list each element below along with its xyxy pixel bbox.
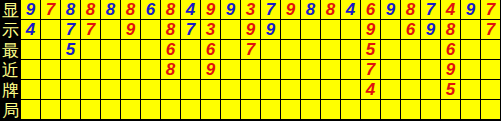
grid-cell <box>421 60 441 80</box>
grid-cell <box>221 60 241 80</box>
grid-cell <box>21 100 41 120</box>
grid-cell <box>321 60 341 80</box>
grid-cell <box>401 60 421 80</box>
grid-cell <box>41 40 61 60</box>
grid-cell <box>341 100 361 120</box>
grid-cell: 8 <box>161 0 181 20</box>
label-char: 最 <box>0 40 21 60</box>
grid-cell <box>21 80 41 100</box>
grid-cell: 9 <box>121 20 141 40</box>
grid-cell: 9 <box>241 20 261 40</box>
grid-cell <box>421 80 441 100</box>
grid-cell <box>381 100 401 120</box>
grid-cell <box>261 60 281 80</box>
grid-cell <box>61 80 81 100</box>
label-char: 示 <box>0 20 21 40</box>
grid-cell <box>61 100 81 120</box>
grid-cell <box>481 60 501 80</box>
grid-cell <box>301 100 321 120</box>
grid-cell <box>341 40 361 60</box>
grid-cell: 8 <box>101 0 121 20</box>
grid-cell <box>401 100 421 120</box>
grid-cell: 7 <box>241 40 261 60</box>
grid-cell <box>41 20 61 40</box>
grid-cell <box>101 60 121 80</box>
grid-cell: 9 <box>21 0 41 20</box>
grid-cell: 9 <box>421 20 441 40</box>
label-char: 显 <box>0 0 21 20</box>
grid-cell <box>161 100 181 120</box>
grid-cell <box>321 20 341 40</box>
grid-cell <box>241 60 261 80</box>
grid-cell <box>301 20 321 40</box>
grid-cell: 8 <box>321 0 341 20</box>
grid-cell <box>21 60 41 80</box>
grid-cell <box>341 60 361 80</box>
grid-cell <box>21 40 41 60</box>
grid-cell: 8 <box>301 0 321 20</box>
grid-cell: 6 <box>201 40 221 60</box>
grid-cell: 7 <box>181 20 201 40</box>
grid-cell <box>241 100 261 120</box>
grid-cell <box>481 40 501 60</box>
grid-cell: 6 <box>441 40 461 60</box>
grid-cell: 7 <box>481 0 501 20</box>
grid-cell <box>321 100 341 120</box>
grid-cell: 8 <box>401 0 421 20</box>
grid-cell: 5 <box>61 40 81 60</box>
grid-cell: 9 <box>261 20 281 40</box>
grid-cell <box>461 80 481 100</box>
grid-cell <box>221 20 241 40</box>
grid-cell <box>421 40 441 60</box>
grid-cell <box>141 100 161 120</box>
grid-cell <box>241 80 261 100</box>
grid-cell <box>121 100 141 120</box>
grid-cell: 8 <box>121 0 141 20</box>
grid-cell: 6 <box>161 40 181 60</box>
grid-cell: 6 <box>401 20 421 40</box>
grid-cell: 7 <box>261 0 281 20</box>
grid-cell: 9 <box>201 60 221 80</box>
grid-cell <box>321 80 341 100</box>
grid-cell <box>81 60 101 80</box>
grid-cell <box>201 80 221 100</box>
grid-cell <box>281 40 301 60</box>
grid-cell: 8 <box>61 0 81 20</box>
grid-cell <box>41 100 61 120</box>
grid-cell <box>141 40 161 60</box>
grid-cell: 7 <box>41 0 61 20</box>
grid-cell <box>461 20 481 40</box>
recent-rounds-board: 显 示 最 近 牌 局 9788886849937988469874974779… <box>0 0 501 121</box>
grid-cell <box>61 60 81 80</box>
grid-cell: 9 <box>441 60 461 80</box>
grid-cell: 7 <box>61 20 81 40</box>
grid-cell: 4 <box>341 0 361 20</box>
history-grid: 9788886849937988469874974779873999698756… <box>21 0 501 120</box>
grid-cell: 4 <box>361 80 381 100</box>
grid-cell <box>141 80 161 100</box>
grid-cell <box>481 80 501 100</box>
grid-cell <box>401 80 421 100</box>
grid-cell <box>221 40 241 60</box>
grid-cell <box>81 80 101 100</box>
grid-cell <box>381 80 401 100</box>
grid-cell <box>441 100 461 120</box>
grid-cell <box>281 20 301 40</box>
grid-cell <box>421 100 441 120</box>
grid-cell <box>121 80 141 100</box>
grid-cell <box>181 100 201 120</box>
grid-cell <box>461 100 481 120</box>
grid-cell <box>341 80 361 100</box>
grid-cell <box>181 80 201 100</box>
grid-cell <box>81 100 101 120</box>
grid-cell: 8 <box>441 20 461 40</box>
grid-cell: 9 <box>381 0 401 20</box>
grid-cell <box>101 80 121 100</box>
grid-cell <box>481 100 501 120</box>
grid-cell <box>141 20 161 40</box>
grid-cell <box>461 40 481 60</box>
grid-cell: 6 <box>141 0 161 20</box>
label-char: 近 <box>0 60 21 80</box>
grid-cell <box>321 40 341 60</box>
grid-cell: 6 <box>361 0 381 20</box>
grid-cell: 8 <box>161 60 181 80</box>
grid-cell <box>121 40 141 60</box>
grid-cell <box>301 80 321 100</box>
grid-cell: 7 <box>81 20 101 40</box>
grid-cell: 9 <box>201 0 221 20</box>
grid-cell: 4 <box>441 0 461 20</box>
grid-cell <box>181 60 201 80</box>
grid-cell <box>161 80 181 100</box>
grid-cell: 3 <box>201 20 221 40</box>
grid-cell <box>221 100 241 120</box>
grid-cell <box>261 40 281 60</box>
grid-cell <box>141 60 161 80</box>
grid-cell <box>281 60 301 80</box>
grid-cell <box>101 20 121 40</box>
grid-cell <box>41 60 61 80</box>
grid-cell: 3 <box>241 0 261 20</box>
label-char: 牌 <box>0 80 21 100</box>
label-char: 局 <box>0 100 21 120</box>
grid-cell: 7 <box>421 0 441 20</box>
grid-cell <box>301 60 321 80</box>
grid-cell: 7 <box>481 20 501 40</box>
grid-cell <box>261 100 281 120</box>
grid-cell: 5 <box>361 40 381 60</box>
grid-cell: 5 <box>441 80 461 100</box>
grid-cell <box>341 20 361 40</box>
grid-cell <box>201 100 221 120</box>
grid-cell <box>181 40 201 60</box>
grid-cell <box>401 40 421 60</box>
grid-cell <box>261 80 281 100</box>
grid-cell: 8 <box>161 20 181 40</box>
grid-cell <box>361 100 381 120</box>
grid-cell: 9 <box>461 0 481 20</box>
grid-cell <box>101 100 121 120</box>
grid-cell <box>221 80 241 100</box>
grid-cell <box>301 40 321 60</box>
grid-cell <box>121 60 141 80</box>
grid-cell <box>281 80 301 100</box>
grid-cell: 4 <box>181 0 201 20</box>
grid-cell: 9 <box>281 0 301 20</box>
grid-cell <box>381 20 401 40</box>
grid-cell <box>81 40 101 60</box>
grid-cell <box>41 80 61 100</box>
grid-cell <box>101 40 121 60</box>
grid-cell <box>281 100 301 120</box>
grid-cell <box>461 60 481 80</box>
grid-cell: 4 <box>21 20 41 40</box>
grid-cell <box>381 60 401 80</box>
grid-cell: 9 <box>221 0 241 20</box>
board-title-vertical: 显 示 最 近 牌 局 <box>0 0 21 121</box>
grid-cell: 8 <box>81 0 101 20</box>
grid-cell <box>381 40 401 60</box>
grid-cell: 9 <box>361 20 381 40</box>
grid-cell: 7 <box>361 60 381 80</box>
